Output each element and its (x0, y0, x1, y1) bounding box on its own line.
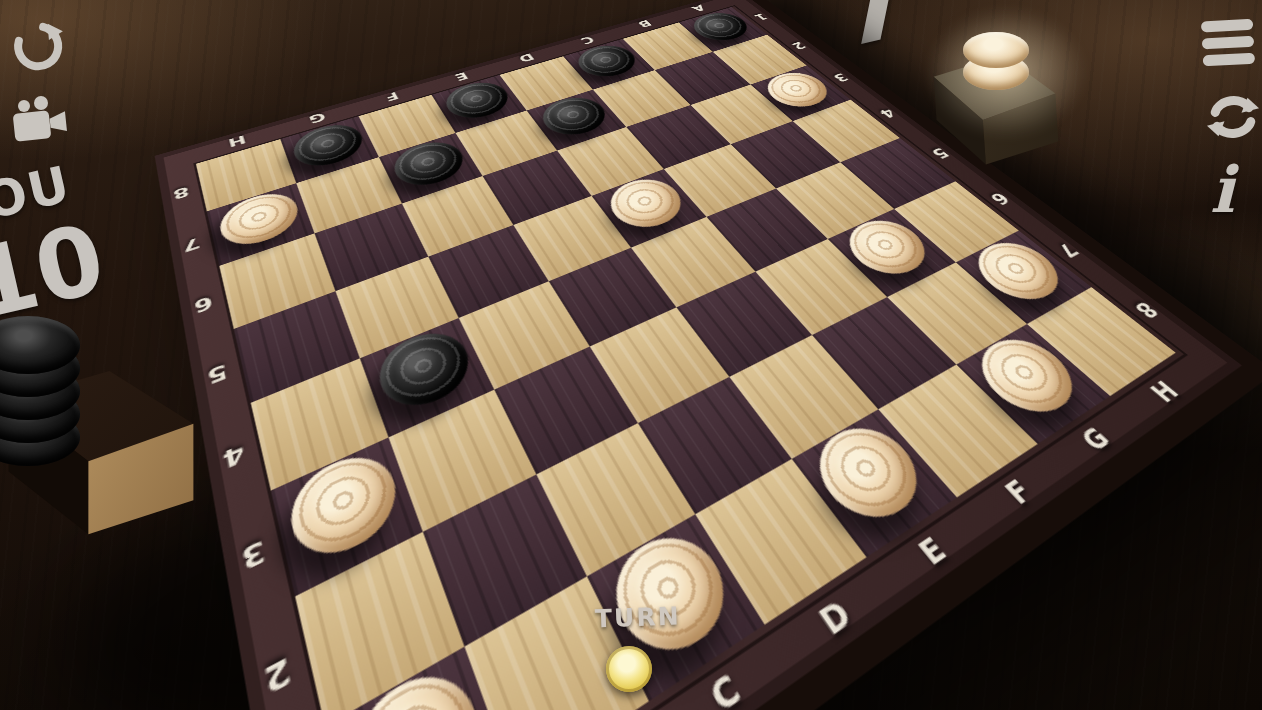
rank-label-left-4: 4 (219, 439, 247, 475)
file-label-top-f: F (381, 90, 400, 105)
info-icon[interactable]: i (1210, 152, 1234, 227)
file-label-bottom-h: H (1144, 375, 1186, 408)
rank-label-left-2: 2 (259, 649, 295, 703)
file-label-top-c: C (577, 35, 597, 47)
rank-label-left-3: 3 (237, 534, 269, 578)
menu-icon[interactable] (1200, 16, 1258, 74)
rank-label-left-8: 8 (170, 183, 190, 202)
camera-icon[interactable] (8, 94, 70, 150)
game-screen: HGFEDCBAABCDEFGH8765432112345678 YOU 10 … (0, 0, 1262, 710)
file-label-bottom-e: E (911, 529, 954, 572)
rank-label-left-6: 6 (191, 292, 215, 318)
sync-icon[interactable] (1204, 88, 1262, 150)
restart-icon[interactable] (10, 18, 66, 78)
turn-indicator-disc (606, 646, 652, 692)
checkers-board: HGFEDCBAABCDEFGH8765432112345678 (155, 0, 1242, 710)
file-label-bottom-f: F (998, 472, 1040, 510)
opponent-piece-count: 7 (823, 0, 924, 72)
file-label-bottom-g: G (1074, 421, 1117, 457)
rank-label-left-5: 5 (204, 359, 230, 389)
turn-label: TURN (595, 602, 681, 634)
file-label-top-b: B (634, 18, 654, 30)
captured-white-piece (963, 32, 1029, 68)
rank-label-left-7: 7 (180, 234, 202, 256)
file-label-top-e: E (451, 70, 470, 84)
